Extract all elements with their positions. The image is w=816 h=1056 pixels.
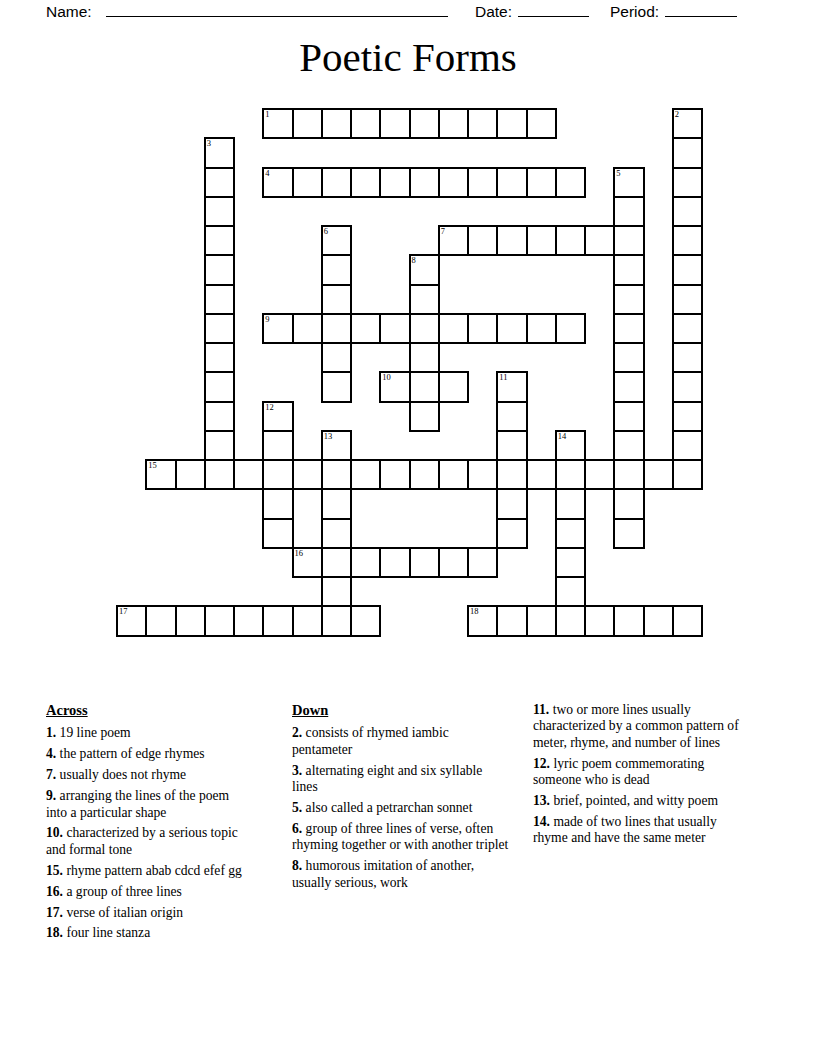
clue-10: 10. characterized by a serious topic and… — [46, 825, 252, 858]
grid-cell-r2c8[interactable] — [351, 168, 380, 197]
grid-cell-r0c9[interactable] — [380, 109, 409, 138]
date-blank-line[interactable] — [518, 2, 589, 17]
clue-number: 8 — [412, 255, 416, 265]
grid-cell-r1c3[interactable]: 3 — [205, 138, 234, 167]
clue-number-label: 14. — [533, 814, 550, 829]
grid-cell-r2c3[interactable] — [205, 168, 234, 197]
grid-cell-r12c5[interactable] — [263, 460, 292, 489]
clue-16: 16. a group of three lines — [46, 884, 252, 900]
grid-cell-r2c5[interactable]: 4 — [263, 168, 292, 197]
name-blank-line[interactable] — [106, 2, 448, 17]
clue-11: 11. two or more lines usually characteri… — [533, 702, 745, 751]
grid-cell-r8c19[interactable] — [673, 343, 702, 372]
page-title: Poetic Forms — [0, 33, 816, 81]
across-clues-column: Across 1. 19 line poem4. the pattern of … — [46, 702, 252, 946]
period-blank-line[interactable] — [665, 2, 737, 17]
grid-cell-r15c15[interactable] — [556, 548, 585, 577]
grid-cell-r12c14[interactable] — [527, 460, 556, 489]
grid-cell-r10c13[interactable] — [497, 402, 526, 431]
crossword-grid: 123456789101112131415161718 — [117, 109, 702, 636]
grid-cell-r7c10[interactable] — [410, 314, 439, 343]
grid-cell-r13c17[interactable] — [614, 489, 643, 518]
grid-cell-r17c14[interactable] — [527, 606, 556, 635]
grid-cell-r0c19[interactable]: 2 — [673, 109, 702, 138]
grid-cell-r2c15[interactable] — [556, 168, 585, 197]
period-label: Period: — [610, 3, 659, 21]
grid-cell-r3c3[interactable] — [205, 197, 234, 226]
down-clues-column: Down 2. consists of rhymed iambic pentam… — [292, 702, 511, 896]
grid-cell-r5c7[interactable] — [322, 255, 351, 284]
grid-cell-r15c9[interactable] — [380, 548, 409, 577]
grid-cell-r8c7[interactable] — [322, 343, 351, 372]
grid-cell-r6c19[interactable] — [673, 285, 702, 314]
clue-number: 12 — [265, 402, 274, 412]
grid-cell-r12c3[interactable] — [205, 460, 234, 489]
clue-number: 14 — [558, 431, 567, 441]
grid-cell-r9c13[interactable]: 11 — [497, 372, 526, 401]
clue-number-label: 18. — [46, 925, 63, 940]
across-clue-list: 1. 19 line poem4. the pattern of edge rh… — [46, 725, 252, 941]
grid-cell-r2c19[interactable] — [673, 168, 702, 197]
grid-cell-r7c17[interactable] — [614, 314, 643, 343]
clue-14: 14. made of two lines that usually rhyme… — [533, 814, 745, 847]
grid-cell-r2c9[interactable] — [380, 168, 409, 197]
grid-cell-r2c6[interactable] — [293, 168, 322, 197]
grid-cell-r13c15[interactable] — [556, 489, 585, 518]
grid-cell-r15c6[interactable]: 16 — [293, 548, 322, 577]
clue-number-label: 15. — [46, 863, 63, 878]
grid-cell-r6c17[interactable] — [614, 285, 643, 314]
grid-cell-r17c12[interactable]: 18 — [468, 606, 497, 635]
clue-number: 2 — [675, 109, 679, 119]
grid-cell-r17c3[interactable] — [205, 606, 234, 635]
grid-cell-r10c10[interactable] — [410, 402, 439, 431]
grid-cell-r4c19[interactable] — [673, 226, 702, 255]
grid-cell-r9c11[interactable] — [439, 372, 468, 401]
grid-cell-r7c9[interactable] — [380, 314, 409, 343]
grid-cell-r0c6[interactable] — [293, 109, 322, 138]
grid-cell-r17c13[interactable] — [497, 606, 526, 635]
grid-cell-r7c3[interactable] — [205, 314, 234, 343]
grid-cell-r7c13[interactable] — [497, 314, 526, 343]
grid-cell-r0c14[interactable] — [527, 109, 556, 138]
grid-cell-r2c13[interactable] — [497, 168, 526, 197]
grid-cell-r16c7[interactable] — [322, 577, 351, 606]
grid-cell-r14c5[interactable] — [263, 519, 292, 548]
name-label: Name: — [46, 3, 92, 21]
grid-cell-r10c19[interactable] — [673, 402, 702, 431]
grid-cell-r4c15[interactable] — [556, 226, 585, 255]
grid-cell-r12c7[interactable] — [322, 460, 351, 489]
grid-cell-r7c11[interactable] — [439, 314, 468, 343]
grid-cell-r4c7[interactable]: 6 — [322, 226, 351, 255]
grid-cell-r5c10[interactable]: 8 — [410, 255, 439, 284]
grid-cell-r9c7[interactable] — [322, 372, 351, 401]
clue-7: 7. usually does not rhyme — [46, 767, 252, 783]
grid-cell-r17c8[interactable] — [351, 606, 380, 635]
grid-cell-r7c12[interactable] — [468, 314, 497, 343]
grid-cell-r7c14[interactable] — [527, 314, 556, 343]
clue-number-label: 7. — [46, 767, 56, 782]
grid-cell-r15c10[interactable] — [410, 548, 439, 577]
clue-number: 17 — [119, 606, 128, 616]
clue-number-label: 10. — [46, 825, 63, 840]
grid-cell-r15c12[interactable] — [468, 548, 497, 577]
clue-number: 18 — [470, 606, 479, 616]
clue-4: 4. the pattern of edge rhymes — [46, 746, 252, 762]
grid-cell-r7c19[interactable] — [673, 314, 702, 343]
clue-number-label: 11. — [533, 702, 549, 717]
grid-cell-r12c13[interactable] — [497, 460, 526, 489]
grid-cell-r5c17[interactable] — [614, 255, 643, 284]
grid-cell-r0c11[interactable] — [439, 109, 468, 138]
grid-cell-r12c19[interactable] — [673, 460, 702, 489]
grid-cell-r4c13[interactable] — [497, 226, 526, 255]
grid-cell-r15c8[interactable] — [351, 548, 380, 577]
clue-number-label: 6. — [292, 821, 302, 836]
clue-number: 6 — [324, 226, 328, 236]
down-clue-list-continued: 11. two or more lines usually characteri… — [533, 702, 745, 847]
clue-3: 3. alternating eight and six syllable li… — [292, 763, 511, 796]
grid-cell-r6c10[interactable] — [410, 285, 439, 314]
clue-number-label: 13. — [533, 793, 550, 808]
grid-cell-r13c13[interactable] — [497, 489, 526, 518]
grid-cell-r10c3[interactable] — [205, 402, 234, 431]
clue-number: 4 — [265, 168, 269, 178]
grid-cell-r4c16[interactable] — [585, 226, 614, 255]
grid-cell-r9c9[interactable]: 10 — [380, 372, 409, 401]
grid-cell-r11c7[interactable]: 13 — [322, 431, 351, 460]
clue-5: 5. also called a petrarchan sonnet — [292, 800, 511, 816]
grid-cell-r17c16[interactable] — [585, 606, 614, 635]
grid-cell-r12c1[interactable]: 15 — [146, 460, 175, 489]
grid-cell-r7c7[interactable] — [322, 314, 351, 343]
grid-cell-r8c3[interactable] — [205, 343, 234, 372]
grid-cell-r17c2[interactable] — [176, 606, 205, 635]
down-clue-list: 2. consists of rhymed iambic pentameter3… — [292, 725, 511, 891]
grid-cell-r12c8[interactable] — [351, 460, 380, 489]
grid-cell-r17c19[interactable] — [673, 606, 702, 635]
grid-cell-r16c15[interactable] — [556, 577, 585, 606]
clue-number: 13 — [324, 431, 333, 441]
grid-cell-r17c18[interactable] — [644, 606, 673, 635]
clue-17: 17. verse of italian origin — [46, 905, 252, 921]
clue-2: 2. consists of rhymed iambic pentameter — [292, 725, 511, 758]
clue-number-label: 12. — [533, 756, 550, 771]
grid-cell-r17c17[interactable] — [614, 606, 643, 635]
grid-cell-r12c11[interactable] — [439, 460, 468, 489]
grid-cell-r1c19[interactable] — [673, 138, 702, 167]
grid-cell-r17c0[interactable]: 17 — [117, 606, 146, 635]
grid-cell-r12c6[interactable] — [293, 460, 322, 489]
grid-cell-r2c11[interactable] — [439, 168, 468, 197]
clue-12: 12. lyric poem commemorating someone who… — [533, 756, 745, 789]
grid-cell-r7c5[interactable]: 9 — [263, 314, 292, 343]
grid-cell-r8c17[interactable] — [614, 343, 643, 372]
grid-cell-r8c10[interactable] — [410, 343, 439, 372]
grid-cell-r11c13[interactable] — [497, 431, 526, 460]
clue-number: 15 — [148, 460, 157, 470]
clue-number: 11 — [499, 372, 507, 382]
grid-cell-r5c3[interactable] — [205, 255, 234, 284]
grid-cell-r12c4[interactable] — [234, 460, 263, 489]
grid-cell-r11c19[interactable] — [673, 431, 702, 460]
grid-cell-r0c5[interactable]: 1 — [263, 109, 292, 138]
grid-cell-r7c6[interactable] — [293, 314, 322, 343]
grid-cell-r2c7[interactable] — [322, 168, 351, 197]
grid-cell-r10c5[interactable]: 12 — [263, 402, 292, 431]
grid-cell-r14c15[interactable] — [556, 519, 585, 548]
grid-cell-r2c17[interactable]: 5 — [614, 168, 643, 197]
clue-15: 15. rhyme pattern abab cdcd efef gg — [46, 863, 252, 879]
worksheet-page: Name: Date: Period: Poetic Forms 1234567… — [0, 0, 816, 1056]
grid-cell-r2c10[interactable] — [410, 168, 439, 197]
grid-cell-r10c17[interactable] — [614, 402, 643, 431]
grid-cell-r9c10[interactable] — [410, 372, 439, 401]
clue-18: 18. four line stanza — [46, 925, 252, 941]
clue-number-label: 5. — [292, 800, 302, 815]
grid-cell-r12c17[interactable] — [614, 460, 643, 489]
across-header: Across — [46, 702, 252, 718]
clue-number-label: 4. — [46, 746, 56, 761]
clue-number: 5 — [616, 168, 620, 178]
clue-number: 16 — [295, 548, 304, 558]
grid-cell-r2c12[interactable] — [468, 168, 497, 197]
grid-cell-r6c3[interactable] — [205, 285, 234, 314]
grid-cell-r14c7[interactable] — [322, 519, 351, 548]
grid-cell-r4c12[interactable] — [468, 226, 497, 255]
grid-cell-r5c19[interactable] — [673, 255, 702, 284]
grid-cell-r12c16[interactable] — [585, 460, 614, 489]
grid-cell-r0c8[interactable] — [351, 109, 380, 138]
date-label: Date: — [475, 3, 512, 21]
clue-9: 9. arranging the lines of the poem into … — [46, 788, 252, 821]
grid-cell-r6c7[interactable] — [322, 285, 351, 314]
clue-number: 3 — [207, 138, 211, 148]
clue-number-label: 17. — [46, 905, 63, 920]
grid-cell-r15c11[interactable] — [439, 548, 468, 577]
grid-cell-r13c7[interactable] — [322, 489, 351, 518]
clue-1: 1. 19 line poem — [46, 725, 252, 741]
grid-cell-r14c17[interactable] — [614, 519, 643, 548]
grid-cell-r4c14[interactable] — [527, 226, 556, 255]
grid-cell-r4c11[interactable]: 7 — [439, 226, 468, 255]
grid-cell-r12c10[interactable] — [410, 460, 439, 489]
clue-number-label: 2. — [292, 725, 302, 740]
grid-cell-r17c15[interactable] — [556, 606, 585, 635]
grid-cell-r0c10[interactable] — [410, 109, 439, 138]
grid-cell-r2c14[interactable] — [527, 168, 556, 197]
clue-8: 8. humorous imitation of another, usuall… — [292, 858, 511, 891]
grid-cell-r9c19[interactable] — [673, 372, 702, 401]
grid-cell-r15c7[interactable] — [322, 548, 351, 577]
grid-cell-r7c8[interactable] — [351, 314, 380, 343]
grid-cell-r9c17[interactable] — [614, 372, 643, 401]
clue-number-label: 8. — [292, 858, 302, 873]
grid-cell-r11c3[interactable] — [205, 431, 234, 460]
down-clues-column-continued: 11. two or more lines usually characteri… — [533, 702, 745, 851]
clue-number: 9 — [265, 314, 269, 324]
grid-cell-r9c3[interactable] — [205, 372, 234, 401]
clue-number-label: 16. — [46, 884, 63, 899]
grid-cell-r12c18[interactable] — [644, 460, 673, 489]
grid-cell-r17c6[interactable] — [293, 606, 322, 635]
grid-cell-r11c17[interactable] — [614, 431, 643, 460]
grid-cell-r12c15[interactable] — [556, 460, 585, 489]
clue-13: 13. brief, pointed, and witty poem — [533, 793, 745, 809]
grid-cell-r17c5[interactable] — [263, 606, 292, 635]
grid-cell-r12c9[interactable] — [380, 460, 409, 489]
grid-cell-r11c5[interactable] — [263, 431, 292, 460]
down-header: Down — [292, 702, 511, 718]
grid-cell-r4c3[interactable] — [205, 226, 234, 255]
clue-number: 10 — [382, 372, 391, 382]
grid-cell-r0c7[interactable] — [322, 109, 351, 138]
grid-cell-r3c19[interactable] — [673, 197, 702, 226]
clue-number-label: 3. — [292, 763, 302, 778]
grid-cell-r17c1[interactable] — [146, 606, 175, 635]
grid-cell-r13c5[interactable] — [263, 489, 292, 518]
clue-number-label: 1. — [46, 725, 56, 740]
grid-cell-r7c15[interactable] — [556, 314, 585, 343]
grid-cell-r11c15[interactable]: 14 — [556, 431, 585, 460]
grid-cell-r14c13[interactable] — [497, 519, 526, 548]
grid-cell-r12c12[interactable] — [468, 460, 497, 489]
grid-cell-r12c2[interactable] — [176, 460, 205, 489]
grid-cell-r0c12[interactable] — [468, 109, 497, 138]
clue-number: 7 — [441, 226, 445, 236]
grid-cell-r0c13[interactable] — [497, 109, 526, 138]
grid-cell-r3c17[interactable] — [614, 197, 643, 226]
clue-6: 6. group of three lines of verse, often … — [292, 821, 511, 854]
clue-number: 1 — [265, 109, 269, 119]
grid-cell-r4c17[interactable] — [614, 226, 643, 255]
grid-cell-r17c7[interactable] — [322, 606, 351, 635]
grid-cell-r17c4[interactable] — [234, 606, 263, 635]
clue-number-label: 9. — [46, 788, 56, 803]
